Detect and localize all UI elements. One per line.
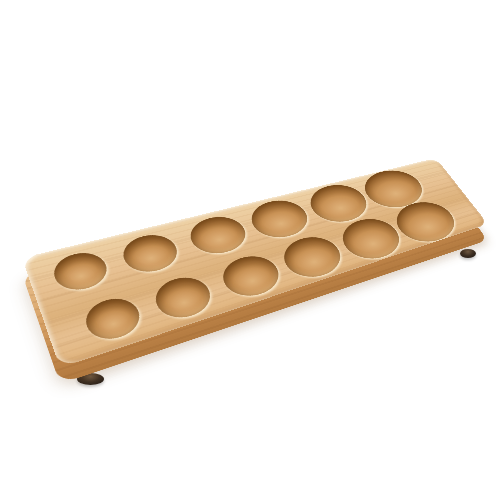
pit-r2c1[interactable] [80,293,146,345]
product-photo-scene [0,0,500,500]
pit-r1c3[interactable] [183,212,252,259]
pit-r1c1[interactable] [49,248,113,295]
pit-r2c2[interactable] [148,272,216,324]
pit-r1c4[interactable] [243,196,315,243]
pit-r2c3[interactable] [215,251,286,303]
pit-r1c2[interactable] [116,230,183,277]
rubber-foot-right [460,249,476,258]
